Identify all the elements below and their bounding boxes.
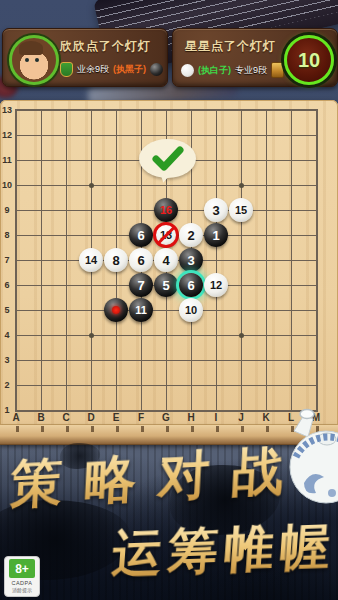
white-player-name: 星星点了个灯灯 [185, 38, 276, 55]
black-side-label: (执黑子) [113, 63, 146, 76]
stone-G8: 13 [154, 223, 178, 247]
row-label-2: 2 [0, 380, 14, 390]
stone-H7: 3 [179, 248, 203, 272]
column-label-H: H [183, 412, 199, 423]
stone-G9: 16 [154, 198, 178, 222]
countdown-seconds: 10 [298, 49, 320, 72]
white-side-label: (执白子) [198, 64, 231, 77]
column-label-I: I [208, 412, 224, 423]
star-point-D10 [89, 183, 94, 188]
row-label-13: 13 [0, 105, 14, 115]
column-label-G: G [158, 412, 174, 423]
column-label-C: C [58, 412, 74, 423]
black-rank-badge-icon [60, 62, 73, 77]
age-rating-value: 8+ [9, 559, 35, 578]
stone-F8: 6 [129, 223, 153, 247]
age-rating-org: CADPA [11, 580, 32, 586]
black-stone-icon [150, 63, 163, 76]
star-point-J10 [239, 183, 244, 188]
stone-E7: 8 [104, 248, 128, 272]
stone-F6: 7 [129, 273, 153, 297]
column-label-A: A [8, 412, 24, 423]
countdown-timer: 10 [284, 35, 334, 85]
stone-I6: 12 [204, 273, 228, 297]
column-label-F: F [133, 412, 149, 423]
row-label-3: 3 [0, 355, 14, 365]
star-point-J4 [239, 333, 244, 338]
stone-I8: 1 [204, 223, 228, 247]
column-label-K: K [258, 412, 274, 423]
column-label-E: E [108, 412, 124, 423]
stone-E5 [104, 298, 128, 322]
stone-H5: 10 [179, 298, 203, 322]
age-rating-badge: 8+ CADPA 适龄提示 [4, 556, 40, 597]
stone-G6: 5 [154, 273, 178, 297]
row-label-11: 11 [0, 155, 14, 165]
stone-H8: 2 [179, 223, 203, 247]
stone-F7: 6 [129, 248, 153, 272]
white-rank-badge-icon [271, 62, 284, 78]
black-player-name: 欣欣点了个灯灯 [60, 38, 151, 55]
row-label-12: 12 [0, 130, 14, 140]
row-label-10: 10 [0, 180, 14, 190]
row-label-7: 7 [0, 255, 14, 265]
row-label-9: 9 [0, 205, 14, 215]
column-label-J: J [233, 412, 249, 423]
stone-I9: 3 [204, 198, 228, 222]
row-label-5: 5 [0, 305, 14, 315]
banner-title-line2: 运筹帷幄 [110, 513, 338, 588]
teapot-decoration [280, 405, 338, 509]
stone-H6: 6 [179, 273, 203, 297]
column-label-B: B [33, 412, 49, 423]
black-player-avatar[interactable] [9, 35, 59, 85]
white-player-rank: 专业9段 [235, 64, 267, 77]
white-player-panel: 星星点了个灯灯 (执白子) 专业9段 10 [172, 28, 338, 87]
stone-D7: 14 [79, 248, 103, 272]
row-label-4: 4 [0, 330, 14, 340]
checkmark-bubble [139, 139, 196, 180]
stone-G7: 4 [154, 248, 178, 272]
white-stone-icon [181, 64, 194, 77]
stone-F5: 11 [129, 298, 153, 322]
age-rating-note: 适龄提示 [12, 587, 32, 593]
row-label-6: 6 [0, 280, 14, 290]
black-player-rank: 业余9段 [77, 63, 109, 76]
star-point-D4 [89, 333, 94, 338]
row-label-8: 8 [0, 230, 14, 240]
column-label-D: D [83, 412, 99, 423]
stone-J9: 15 [229, 198, 253, 222]
app-screen: 欣欣点了个灯灯 业余9段 (执黑子) 星星点了个灯灯 (执白子) 专业9段 10… [0, 0, 338, 600]
forbidden-move-icon [153, 222, 179, 248]
black-player-panel: 欣欣点了个灯灯 业余9段 (执黑子) [2, 28, 168, 87]
